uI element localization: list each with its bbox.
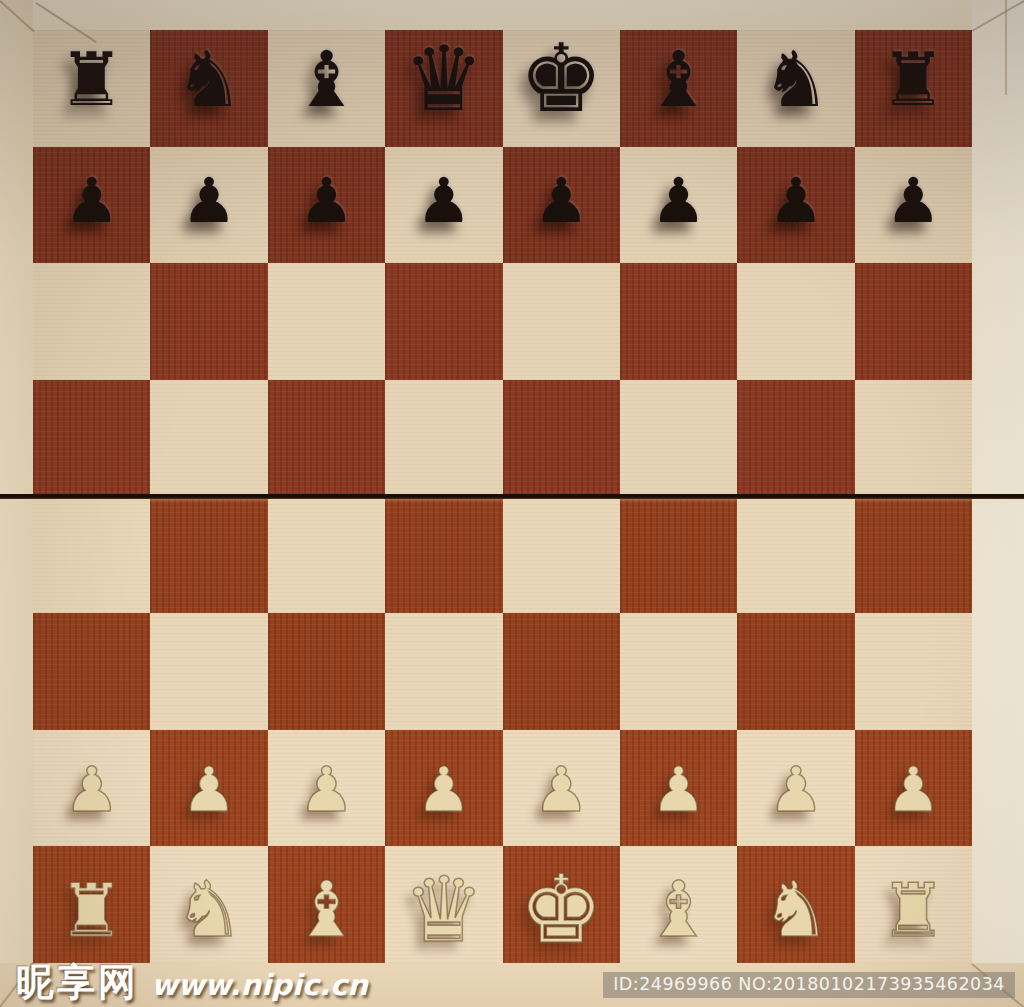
square-b6 xyxy=(150,263,267,380)
black-queen: ♛ xyxy=(385,21,502,138)
square-b8: ♞ xyxy=(150,30,267,147)
square-e8: ♚ xyxy=(503,30,620,147)
white-rook: ♜ xyxy=(855,851,972,968)
square-b1: ♞ xyxy=(150,846,267,963)
square-d1: ♛ xyxy=(385,846,502,963)
square-d8: ♛ xyxy=(385,30,502,147)
watermark-image-id: ID:24969966 NO:20180102173935462034 xyxy=(603,972,1015,998)
board-border-left xyxy=(0,0,33,1007)
white-rook: ♜ xyxy=(33,851,150,968)
square-d4 xyxy=(385,497,502,614)
square-g7: ♟ xyxy=(737,147,854,264)
square-g4 xyxy=(737,497,854,614)
black-pawn: ♟ xyxy=(620,143,737,260)
square-g5 xyxy=(737,380,854,497)
square-f2: ♟ xyxy=(620,730,737,847)
square-g3 xyxy=(737,613,854,730)
board-fold-seam xyxy=(0,494,1024,499)
square-e7: ♟ xyxy=(503,147,620,264)
square-a4 xyxy=(33,497,150,614)
watermark-site-name: 昵享网 xyxy=(16,957,139,1007)
square-f3 xyxy=(620,613,737,730)
square-e3 xyxy=(503,613,620,730)
square-g8: ♞ xyxy=(737,30,854,147)
white-queen: ♛ xyxy=(385,851,502,968)
white-pawn: ♟ xyxy=(855,732,972,849)
watermark-left: 昵享网 www.nipic.cn xyxy=(16,957,368,1007)
white-pawn: ♟ xyxy=(503,732,620,849)
black-knight: ♞ xyxy=(150,21,267,138)
square-h1: ♜ xyxy=(855,846,972,963)
square-b2: ♟ xyxy=(150,730,267,847)
board-border-right xyxy=(972,0,1024,1007)
square-d3 xyxy=(385,613,502,730)
square-h2: ♟ xyxy=(855,730,972,847)
square-c1: ♝ xyxy=(268,846,385,963)
black-pawn: ♟ xyxy=(385,143,502,260)
square-d6 xyxy=(385,263,502,380)
square-a1: ♜ xyxy=(33,846,150,963)
square-g1: ♞ xyxy=(737,846,854,963)
square-b3 xyxy=(150,613,267,730)
black-pawn: ♟ xyxy=(855,143,972,260)
square-a7: ♟ xyxy=(33,147,150,264)
square-e4 xyxy=(503,497,620,614)
square-b4 xyxy=(150,497,267,614)
square-e1: ♚ xyxy=(503,846,620,963)
square-g2: ♟ xyxy=(737,730,854,847)
square-c3 xyxy=(268,613,385,730)
white-bishop: ♝ xyxy=(268,851,385,968)
white-pawn: ♟ xyxy=(737,732,854,849)
white-king: ♚ xyxy=(503,851,620,968)
white-pawn: ♟ xyxy=(385,732,502,849)
square-c8: ♝ xyxy=(268,30,385,147)
white-knight: ♞ xyxy=(737,851,854,968)
square-b7: ♟ xyxy=(150,147,267,264)
square-h6 xyxy=(855,263,972,380)
square-d7: ♟ xyxy=(385,147,502,264)
square-f5 xyxy=(620,380,737,497)
square-c6 xyxy=(268,263,385,380)
square-f7: ♟ xyxy=(620,147,737,264)
square-h5 xyxy=(855,380,972,497)
white-bishop: ♝ xyxy=(620,851,737,968)
white-pawn: ♟ xyxy=(620,732,737,849)
black-rook: ♜ xyxy=(855,21,972,138)
square-f8: ♝ xyxy=(620,30,737,147)
square-f4 xyxy=(620,497,737,614)
square-d5 xyxy=(385,380,502,497)
black-bishop: ♝ xyxy=(268,21,385,138)
square-c5 xyxy=(268,380,385,497)
white-pawn: ♟ xyxy=(268,732,385,849)
square-h3 xyxy=(855,613,972,730)
square-c4 xyxy=(268,497,385,614)
black-pawn: ♟ xyxy=(33,143,150,260)
black-pawn: ♟ xyxy=(737,143,854,260)
square-e2: ♟ xyxy=(503,730,620,847)
square-g6 xyxy=(737,263,854,380)
black-knight: ♞ xyxy=(737,21,854,138)
white-knight: ♞ xyxy=(150,851,267,968)
black-pawn: ♟ xyxy=(150,143,267,260)
square-a2: ♟ xyxy=(33,730,150,847)
black-pawn: ♟ xyxy=(503,143,620,260)
white-pawn: ♟ xyxy=(33,732,150,849)
square-h8: ♜ xyxy=(855,30,972,147)
square-e6 xyxy=(503,263,620,380)
board-edge-line xyxy=(1005,0,1007,95)
white-pawn: ♟ xyxy=(150,732,267,849)
square-a6 xyxy=(33,263,150,380)
square-h4 xyxy=(855,497,972,614)
watermark-site-url: www.nipic.cn xyxy=(151,968,368,1002)
black-bishop: ♝ xyxy=(620,21,737,138)
square-a3 xyxy=(33,613,150,730)
square-a8: ♜ xyxy=(33,30,150,147)
chessboard-photo: ♜♞♝♛♚♝♞♜♟♟♟♟♟♟♟♟♟♟♟♟♟♟♟♟♜♞♝♛♚♝♞♜ 昵享网 www… xyxy=(0,0,1024,1007)
square-e5 xyxy=(503,380,620,497)
square-c2: ♟ xyxy=(268,730,385,847)
square-f1: ♝ xyxy=(620,846,737,963)
square-h7: ♟ xyxy=(855,147,972,264)
square-c7: ♟ xyxy=(268,147,385,264)
square-d2: ♟ xyxy=(385,730,502,847)
square-a5 xyxy=(33,380,150,497)
square-b5 xyxy=(150,380,267,497)
square-f6 xyxy=(620,263,737,380)
black-king: ♚ xyxy=(503,21,620,138)
black-pawn: ♟ xyxy=(268,143,385,260)
